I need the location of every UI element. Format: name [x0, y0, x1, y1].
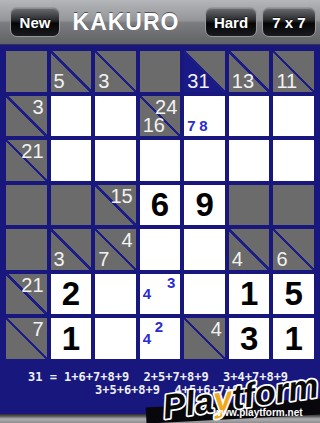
cell-value: 1 — [273, 318, 314, 359]
cell-r6c1[interactable]: 21 — [6, 274, 47, 315]
cell-r7c4[interactable]: 24 — [140, 318, 181, 359]
board: 5331131132416782115693474621234157124431 — [2, 47, 318, 363]
across-clue: 3 — [32, 97, 43, 117]
cell-r3c7[interactable] — [273, 140, 314, 181]
cell-r2c5[interactable]: 78 — [184, 96, 225, 137]
cell-r4c4[interactable]: 6 — [140, 185, 181, 226]
cell-r2c2[interactable] — [51, 96, 92, 137]
cell-r3c2[interactable] — [51, 140, 92, 181]
cell-r2c3[interactable] — [95, 96, 136, 137]
cell-r5c1 — [6, 229, 47, 270]
cell-value: 2 — [51, 274, 92, 315]
cell-r1c3[interactable]: 3 — [95, 51, 136, 92]
cell-r2c1[interactable]: 3 — [6, 96, 47, 137]
cell-r1c5[interactable]: 31 — [184, 51, 225, 92]
grid-size-button[interactable]: 7 x 7 — [262, 7, 316, 37]
cell-r7c6[interactable]: 3 — [229, 318, 270, 359]
cell-r6c2[interactable]: 2 — [51, 274, 92, 315]
candidate-8: 8 — [199, 119, 207, 133]
cell-r7c2[interactable]: 1 — [51, 318, 92, 359]
candidate-4: 4 — [143, 287, 151, 301]
cell-r5c7[interactable]: 6 — [273, 229, 314, 270]
cell-r1c1 — [6, 51, 47, 92]
cell-value: 5 — [273, 274, 314, 315]
cell-r6c4[interactable]: 34 — [140, 274, 181, 315]
down-clue: 31 — [187, 71, 209, 91]
down-clue: 16 — [143, 115, 165, 135]
cell-r4c6 — [229, 185, 270, 226]
new-button[interactable]: New — [10, 7, 60, 37]
cell-r7c5[interactable]: 4 — [184, 318, 225, 359]
cell-r4c7 — [273, 185, 314, 226]
across-clue: 4 — [122, 230, 133, 250]
cell-r3c4[interactable] — [140, 140, 181, 181]
across-clue: 7 — [32, 319, 43, 339]
down-clue: 3 — [54, 249, 65, 269]
cell-r7c7[interactable]: 1 — [273, 318, 314, 359]
cell-r1c2[interactable]: 5 — [51, 51, 92, 92]
app-title: KAKURO — [73, 9, 180, 36]
difficulty-button[interactable]: Hard — [205, 7, 257, 37]
cell-r1c4 — [140, 51, 181, 92]
watermark-url: www.playtform.net — [212, 407, 303, 418]
down-clue: 11 — [276, 71, 297, 91]
cell-r5c3[interactable]: 47 — [95, 229, 136, 270]
down-clue: 4 — [232, 249, 243, 269]
down-clue: 3 — [98, 71, 109, 91]
cell-r3c1[interactable]: 21 — [6, 140, 47, 181]
playtform-watermark: Playtform www.playtform.net — [140, 366, 320, 423]
cell-r4c3[interactable]: 15 — [95, 185, 136, 226]
kakuro-app: New KAKURO Hard 7 x 7 533113113241678211… — [0, 0, 320, 423]
cell-r1c6[interactable]: 13 — [229, 51, 270, 92]
across-clue: 15 — [110, 186, 132, 206]
cell-value: 6 — [140, 185, 181, 226]
candidate-2: 2 — [155, 320, 163, 334]
cell-r3c5[interactable] — [184, 140, 225, 181]
cell-value: 1 — [51, 318, 92, 359]
cell-r7c3[interactable] — [95, 318, 136, 359]
cell-value: 3 — [229, 318, 270, 359]
cell-r2c6[interactable] — [229, 96, 270, 137]
cell-r5c5[interactable] — [184, 229, 225, 270]
cell-r4c2 — [51, 185, 92, 226]
down-clue: 5 — [54, 71, 65, 91]
cell-r7c1[interactable]: 7 — [6, 318, 47, 359]
candidate-4: 4 — [143, 332, 151, 346]
cell-r3c6[interactable] — [229, 140, 270, 181]
watermark-graphic: Playtform www.playtform.net — [140, 366, 320, 423]
down-clue: 7 — [98, 249, 109, 269]
cell-r4c1 — [6, 185, 47, 226]
candidate-7: 7 — [187, 119, 195, 133]
cell-value: 9 — [184, 185, 225, 226]
across-clue: 21 — [21, 141, 43, 161]
toolbar: New KAKURO Hard 7 x 7 — [0, 0, 320, 45]
cell-r5c6[interactable]: 4 — [229, 229, 270, 270]
cell-value: 1 — [229, 274, 270, 315]
cell-r6c5[interactable] — [184, 274, 225, 315]
cell-r3c3[interactable] — [95, 140, 136, 181]
cell-r6c6[interactable]: 1 — [229, 274, 270, 315]
cell-r6c3[interactable] — [95, 274, 136, 315]
down-clue: 6 — [276, 249, 287, 269]
cell-r2c4[interactable]: 2416 — [140, 96, 181, 137]
across-clue: 4 — [211, 319, 222, 339]
cell-r2c7[interactable] — [273, 96, 314, 137]
cell-r1c7[interactable]: 11 — [273, 51, 314, 92]
cell-r6c7[interactable]: 5 — [273, 274, 314, 315]
cell-r4c5[interactable]: 9 — [184, 185, 225, 226]
across-clue: 21 — [21, 275, 43, 295]
down-clue: 13 — [232, 71, 254, 91]
cell-r5c2[interactable]: 3 — [51, 229, 92, 270]
cell-r5c4[interactable] — [140, 229, 181, 270]
candidate-3: 3 — [167, 276, 175, 290]
